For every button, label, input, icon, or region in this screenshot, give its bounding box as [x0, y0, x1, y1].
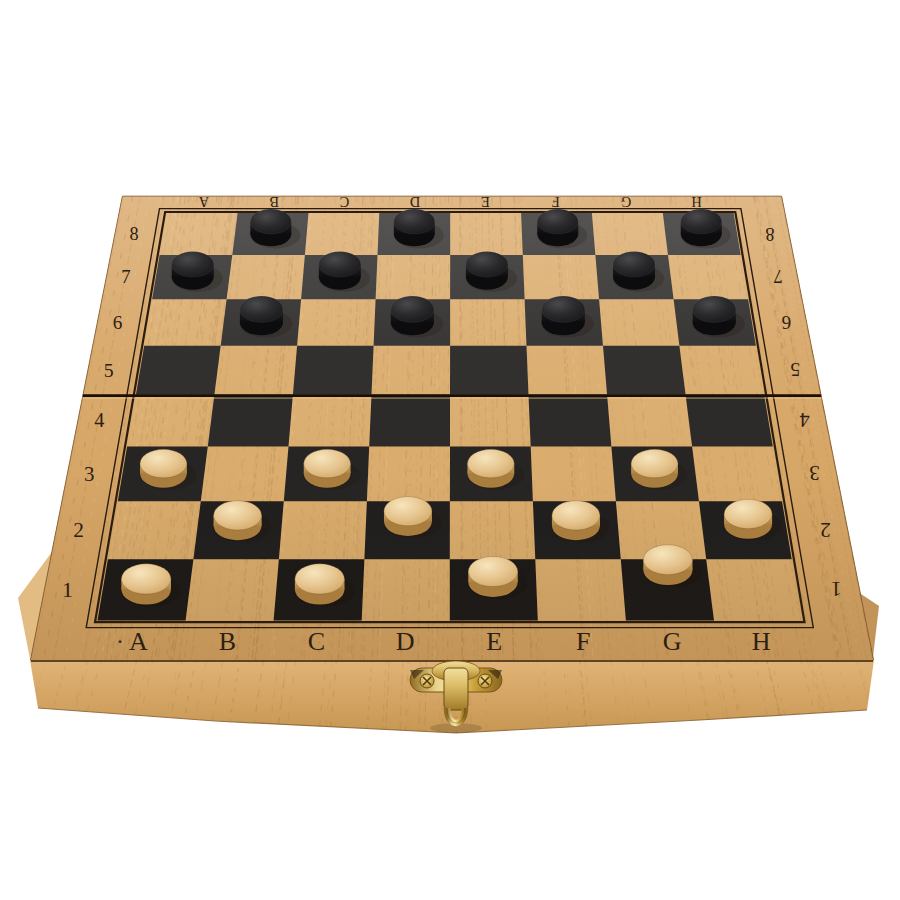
checkers-board-photo: AABBCCDDEEFFGGHH·1122334455667788 [0, 0, 900, 900]
file-label-bottom-B: B [219, 627, 236, 656]
file-label-top-B: B [269, 194, 279, 210]
piece-top [724, 499, 772, 528]
piece-top [466, 251, 508, 277]
file-label-top-D: D [410, 194, 420, 210]
piece-top [467, 449, 514, 478]
piece-top [693, 296, 736, 322]
piece-top [542, 296, 585, 322]
file-label-top-F: F [552, 194, 560, 210]
file-label-bottom-E: E [486, 627, 502, 656]
piece-top [468, 556, 517, 586]
piece-top [214, 501, 262, 530]
file-label-top-H: H [691, 194, 701, 210]
file-label-bottom-F: F [576, 627, 590, 656]
piece-top [121, 564, 171, 594]
piece-top [140, 449, 187, 478]
clasp-screw-right [478, 674, 492, 688]
piece-top [295, 564, 345, 594]
piece-top [319, 251, 361, 277]
rank-label-left-5: 5 [104, 359, 114, 381]
piece-top [613, 251, 655, 277]
piece-top [681, 209, 722, 234]
rank-label-left-2: 2 [73, 518, 84, 542]
piece-top [391, 296, 434, 322]
rank-label-right-8: 8 [765, 224, 774, 244]
rank-label-left-7: 7 [121, 266, 130, 287]
rank-label-left-6: 6 [113, 312, 123, 333]
file-label-bottom-D: D [396, 627, 415, 656]
rank-label-right-5: 5 [790, 359, 800, 381]
rank-label-right-4: 4 [800, 409, 810, 431]
clasp-screw-left [420, 674, 434, 688]
rank-label-right-7: 7 [773, 266, 782, 287]
piece-top [250, 209, 291, 234]
file-label-bottom-A: A [129, 627, 148, 656]
clasp-tongue [444, 668, 468, 710]
rank-label-left-4: 4 [94, 409, 104, 431]
file-label-top-C: C [340, 194, 350, 210]
file-label-top-G: G [621, 194, 631, 210]
piece-top [384, 497, 432, 526]
piece-top [172, 251, 214, 277]
piece-top [631, 449, 678, 478]
rank-label-right-3: 3 [809, 462, 819, 485]
rank-label-right-2: 2 [820, 518, 831, 542]
corner-dot-mark: · [116, 629, 124, 654]
file-label-bottom-H: H [752, 627, 771, 656]
piece-top [304, 449, 351, 478]
file-label-bottom-C: C [308, 627, 325, 656]
piece-top [394, 209, 435, 234]
rank-label-right-1: 1 [831, 577, 842, 602]
rank-label-left-3: 3 [84, 462, 94, 485]
file-label-top-E: E [481, 194, 490, 210]
rank-label-right-6: 6 [781, 312, 791, 333]
file-label-top-A: A [198, 194, 209, 210]
rank-label-left-1: 1 [62, 577, 73, 602]
piece-top [537, 209, 578, 234]
file-label-bottom-G: G [663, 627, 682, 656]
product-photo-scene: AABBCCDDEEFFGGHH·1122334455667788 [0, 0, 900, 900]
piece-top [240, 296, 283, 322]
piece-top [643, 545, 692, 575]
rank-label-left-8: 8 [130, 224, 139, 244]
piece-top [552, 501, 600, 530]
